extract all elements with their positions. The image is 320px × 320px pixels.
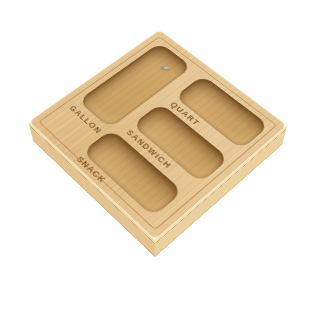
hinge-pin xyxy=(161,66,170,69)
organizer-box: GALLON QUART SANDWICH SNACK xyxy=(28,30,287,240)
slot-sandwich-label: SANDWICH xyxy=(124,128,173,170)
product-photo-scene: GALLON QUART SANDWICH SNACK xyxy=(0,0,320,320)
slot-snack xyxy=(82,129,183,217)
organizer-lid: GALLON QUART SANDWICH SNACK xyxy=(28,30,287,240)
